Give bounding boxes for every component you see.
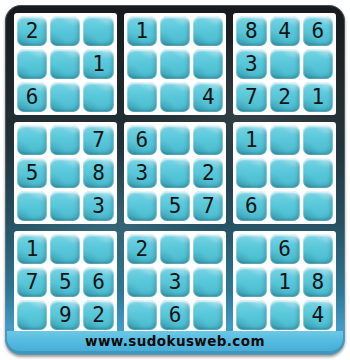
- cell-r8c7[interactable]: [236, 267, 266, 297]
- sudoku-box-1-0: 7583: [14, 122, 117, 224]
- cell-r5c5[interactable]: [160, 158, 190, 188]
- cell-r8c1[interactable]: 7: [17, 267, 47, 297]
- cell-r9c1[interactable]: [17, 300, 47, 330]
- cell-r8c8[interactable]: 1: [270, 267, 300, 297]
- cell-r5c8[interactable]: [270, 158, 300, 188]
- cell-r9c9[interactable]: 4: [303, 300, 333, 330]
- cell-r3c4[interactable]: [127, 82, 157, 112]
- sudoku-box-0-2: 8463721: [233, 13, 336, 115]
- cell-r3c9[interactable]: 1: [303, 82, 333, 112]
- cell-r3c6[interactable]: 4: [193, 82, 223, 112]
- cell-r9c4[interactable]: [127, 300, 157, 330]
- cell-r1c6[interactable]: [193, 16, 223, 46]
- cell-r9c7[interactable]: [236, 300, 266, 330]
- cell-r1c4[interactable]: 1: [127, 16, 157, 46]
- cell-r7c4[interactable]: 2: [127, 234, 157, 264]
- cell-r2c8[interactable]: [270, 49, 300, 79]
- cell-r9c6[interactable]: [193, 300, 223, 330]
- cell-r5c2[interactable]: [50, 158, 80, 188]
- cell-r2c4[interactable]: [127, 49, 157, 79]
- cell-r2c7[interactable]: 3: [236, 49, 266, 79]
- cell-r3c1[interactable]: 6: [17, 82, 47, 112]
- sudoku-board: 216148463721758363257161756922366184: [14, 13, 336, 333]
- cell-r8c2[interactable]: 5: [50, 267, 80, 297]
- cell-r1c1[interactable]: 2: [17, 16, 47, 46]
- cell-r5c6[interactable]: 2: [193, 158, 223, 188]
- cell-r7c5[interactable]: [160, 234, 190, 264]
- cell-r8c4[interactable]: [127, 267, 157, 297]
- cell-r3c7[interactable]: 7: [236, 82, 266, 112]
- cell-r4c2[interactable]: [50, 125, 80, 155]
- cell-r9c3[interactable]: 2: [83, 300, 113, 330]
- cell-r1c3[interactable]: [83, 16, 113, 46]
- cell-r1c2[interactable]: [50, 16, 80, 46]
- cell-r4c4[interactable]: 6: [127, 125, 157, 155]
- cell-r9c8[interactable]: [270, 300, 300, 330]
- cell-r4c6[interactable]: [193, 125, 223, 155]
- cell-r5c9[interactable]: [303, 158, 333, 188]
- cell-r3c5[interactable]: [160, 82, 190, 112]
- cell-r6c5[interactable]: 5: [160, 191, 190, 221]
- cell-r8c3[interactable]: 6: [83, 267, 113, 297]
- cell-r6c9[interactable]: [303, 191, 333, 221]
- cell-r3c8[interactable]: 2: [270, 82, 300, 112]
- cell-r7c1[interactable]: 1: [17, 234, 47, 264]
- cell-r5c7[interactable]: [236, 158, 266, 188]
- cell-r3c3[interactable]: [83, 82, 113, 112]
- cell-r4c9[interactable]: [303, 125, 333, 155]
- sudoku-box-2-1: 236: [124, 231, 227, 333]
- cell-r7c8[interactable]: 6: [270, 234, 300, 264]
- site-url: www.sudokusweb.com: [85, 333, 265, 349]
- cell-r5c1[interactable]: 5: [17, 158, 47, 188]
- cell-r2c3[interactable]: 1: [83, 49, 113, 79]
- cell-r2c9[interactable]: [303, 49, 333, 79]
- sudoku-box-1-2: 16: [233, 122, 336, 224]
- cell-r6c2[interactable]: [50, 191, 80, 221]
- cell-r6c8[interactable]: [270, 191, 300, 221]
- sudoku-box-0-0: 216: [14, 13, 117, 115]
- cell-r7c9[interactable]: [303, 234, 333, 264]
- sudoku-app: 216148463721758363257161756922366184 www…: [0, 0, 350, 360]
- cell-r8c9[interactable]: 8: [303, 267, 333, 297]
- cell-r2c5[interactable]: [160, 49, 190, 79]
- cell-r9c2[interactable]: 9: [50, 300, 80, 330]
- cell-r6c3[interactable]: 3: [83, 191, 113, 221]
- cell-r1c7[interactable]: 8: [236, 16, 266, 46]
- cell-r2c2[interactable]: [50, 49, 80, 79]
- board-frame: 216148463721758363257161756922366184 www…: [5, 5, 345, 355]
- cell-r7c2[interactable]: [50, 234, 80, 264]
- cell-r4c5[interactable]: [160, 125, 190, 155]
- cell-r4c3[interactable]: 7: [83, 125, 113, 155]
- cell-r5c3[interactable]: 8: [83, 158, 113, 188]
- cell-r4c1[interactable]: [17, 125, 47, 155]
- cell-r1c8[interactable]: 4: [270, 16, 300, 46]
- sudoku-box-1-1: 63257: [124, 122, 227, 224]
- cell-r6c6[interactable]: 7: [193, 191, 223, 221]
- sudoku-box-0-1: 14: [124, 13, 227, 115]
- sudoku-box-2-0: 175692: [14, 231, 117, 333]
- cell-r4c8[interactable]: [270, 125, 300, 155]
- cell-r7c6[interactable]: [193, 234, 223, 264]
- cell-r8c5[interactable]: 3: [160, 267, 190, 297]
- cell-r5c4[interactable]: 3: [127, 158, 157, 188]
- footer-band: www.sudokusweb.com: [7, 331, 343, 351]
- cell-r7c3[interactable]: [83, 234, 113, 264]
- sudoku-box-2-2: 6184: [233, 231, 336, 333]
- cell-r6c4[interactable]: [127, 191, 157, 221]
- cell-r7c7[interactable]: [236, 234, 266, 264]
- cell-r6c7[interactable]: 6: [236, 191, 266, 221]
- cell-r3c2[interactable]: [50, 82, 80, 112]
- cell-r1c5[interactable]: [160, 16, 190, 46]
- cell-r2c6[interactable]: [193, 49, 223, 79]
- cell-r1c9[interactable]: 6: [303, 16, 333, 46]
- cell-r9c5[interactable]: 6: [160, 300, 190, 330]
- cell-r2c1[interactable]: [17, 49, 47, 79]
- cell-r8c6[interactable]: [193, 267, 223, 297]
- cell-r6c1[interactable]: [17, 191, 47, 221]
- cell-r4c7[interactable]: 1: [236, 125, 266, 155]
